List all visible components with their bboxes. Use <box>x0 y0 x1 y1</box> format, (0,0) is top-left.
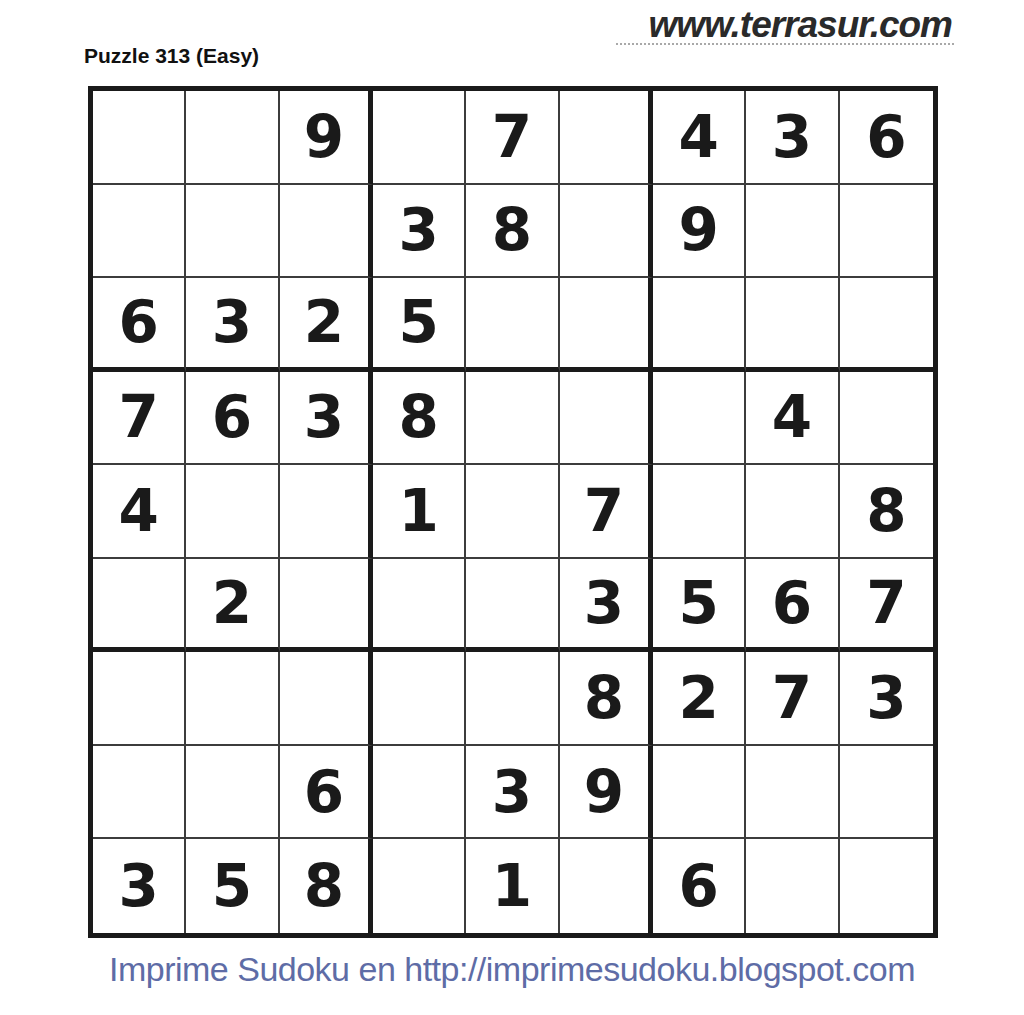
cell-r3c7[interactable] <box>653 278 746 372</box>
cell-r2c7[interactable]: 9 <box>653 185 746 279</box>
cell-r2c3[interactable] <box>280 185 373 279</box>
cell-r4c7[interactable] <box>653 372 746 466</box>
cell-r8c6[interactable]: 9 <box>560 746 653 840</box>
cell-r9c3[interactable]: 8 <box>280 839 373 933</box>
cell-r5c5[interactable] <box>466 465 559 559</box>
cell-r2c2[interactable] <box>186 185 279 279</box>
cell-r8c1[interactable] <box>93 746 186 840</box>
cell-r3c1[interactable]: 6 <box>93 278 186 372</box>
cell-r8c4[interactable] <box>373 746 466 840</box>
cell-r5c2[interactable] <box>186 465 279 559</box>
cell-r7c5[interactable] <box>466 652 559 746</box>
cell-r5c9[interactable]: 8 <box>840 465 933 559</box>
cell-r9c5[interactable]: 1 <box>466 839 559 933</box>
cell-r6c4[interactable] <box>373 559 466 653</box>
site-watermark: www.terrasur.com <box>649 4 952 46</box>
cell-r1c6[interactable] <box>560 91 653 185</box>
cell-r6c5[interactable] <box>466 559 559 653</box>
cell-r1c8[interactable]: 3 <box>746 91 839 185</box>
cell-r3c5[interactable] <box>466 278 559 372</box>
cell-r5c6[interactable]: 7 <box>560 465 653 559</box>
cell-r4c9[interactable] <box>840 372 933 466</box>
cell-r4c3[interactable]: 3 <box>280 372 373 466</box>
cell-r4c8[interactable]: 4 <box>746 372 839 466</box>
cell-r2c5[interactable]: 8 <box>466 185 559 279</box>
cell-r1c5[interactable]: 7 <box>466 91 559 185</box>
cell-r4c4[interactable]: 8 <box>373 372 466 466</box>
page: www.terrasur.com Puzzle 313 (Easy) 97436… <box>0 0 1024 1015</box>
cell-r8c7[interactable] <box>653 746 746 840</box>
cell-r8c9[interactable] <box>840 746 933 840</box>
cell-r3c3[interactable]: 2 <box>280 278 373 372</box>
cell-r8c5[interactable]: 3 <box>466 746 559 840</box>
cell-r2c4[interactable]: 3 <box>373 185 466 279</box>
cell-r2c6[interactable] <box>560 185 653 279</box>
cell-r4c2[interactable]: 6 <box>186 372 279 466</box>
cell-r4c5[interactable] <box>466 372 559 466</box>
cell-r2c9[interactable] <box>840 185 933 279</box>
cell-r3c4[interactable]: 5 <box>373 278 466 372</box>
cell-r8c3[interactable]: 6 <box>280 746 373 840</box>
cell-r4c1[interactable]: 7 <box>93 372 186 466</box>
cell-r6c7[interactable]: 5 <box>653 559 746 653</box>
cell-r6c9[interactable]: 7 <box>840 559 933 653</box>
cell-r7c1[interactable] <box>93 652 186 746</box>
cell-r3c8[interactable] <box>746 278 839 372</box>
cell-r9c7[interactable]: 6 <box>653 839 746 933</box>
cell-r7c4[interactable] <box>373 652 466 746</box>
cell-r8c2[interactable] <box>186 746 279 840</box>
cell-r3c2[interactable]: 3 <box>186 278 279 372</box>
footer-credit-link[interactable]: Imprime Sudoku en http://imprimesudoku.b… <box>0 950 1024 989</box>
cell-r1c3[interactable]: 9 <box>280 91 373 185</box>
cell-r1c1[interactable] <box>93 91 186 185</box>
cell-r9c2[interactable]: 5 <box>186 839 279 933</box>
puzzle-title: Puzzle 313 (Easy) <box>84 44 259 68</box>
cell-r5c8[interactable] <box>746 465 839 559</box>
cell-r2c1[interactable] <box>93 185 186 279</box>
cell-r7c8[interactable]: 7 <box>746 652 839 746</box>
cell-r5c3[interactable] <box>280 465 373 559</box>
cell-r3c9[interactable] <box>840 278 933 372</box>
cell-r7c7[interactable]: 2 <box>653 652 746 746</box>
cell-r6c2[interactable]: 2 <box>186 559 279 653</box>
cell-r9c8[interactable] <box>746 839 839 933</box>
cell-r6c1[interactable] <box>93 559 186 653</box>
cell-r7c6[interactable]: 8 <box>560 652 653 746</box>
cell-r9c4[interactable] <box>373 839 466 933</box>
cell-r8c8[interactable] <box>746 746 839 840</box>
cell-r1c7[interactable]: 4 <box>653 91 746 185</box>
cell-r1c2[interactable] <box>186 91 279 185</box>
cell-r7c9[interactable]: 3 <box>840 652 933 746</box>
cell-r9c1[interactable]: 3 <box>93 839 186 933</box>
cell-r5c7[interactable] <box>653 465 746 559</box>
cell-r9c9[interactable] <box>840 839 933 933</box>
cell-r7c3[interactable] <box>280 652 373 746</box>
cell-r6c8[interactable]: 6 <box>746 559 839 653</box>
cell-r1c4[interactable] <box>373 91 466 185</box>
cell-r9c6[interactable] <box>560 839 653 933</box>
cell-r5c1[interactable]: 4 <box>93 465 186 559</box>
cell-r6c3[interactable] <box>280 559 373 653</box>
cell-r1c9[interactable]: 6 <box>840 91 933 185</box>
cell-r3c6[interactable] <box>560 278 653 372</box>
sudoku-board: 97436389632576384417823567827363935816 <box>88 86 938 938</box>
cell-r4c6[interactable] <box>560 372 653 466</box>
cell-r6c6[interactable]: 3 <box>560 559 653 653</box>
site-watermark-underline <box>616 43 954 45</box>
cell-r7c2[interactable] <box>186 652 279 746</box>
cell-r2c8[interactable] <box>746 185 839 279</box>
cell-r5c4[interactable]: 1 <box>373 465 466 559</box>
